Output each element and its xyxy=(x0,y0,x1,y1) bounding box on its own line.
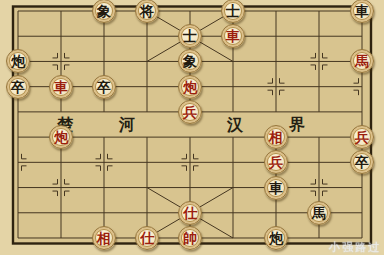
piece-red-elephant[interactable]: 相 xyxy=(264,125,288,149)
piece-red-advisor[interactable]: 仕 xyxy=(135,226,159,250)
piece-red-soldier[interactable]: 兵 xyxy=(350,125,374,149)
piece-black-soldier[interactable]: 卒 xyxy=(6,75,30,99)
piece-black-soldier[interactable]: 卒 xyxy=(92,75,116,99)
watermark-text: 小强路过 xyxy=(329,240,381,255)
piece-red-general[interactable]: 帥 xyxy=(178,226,202,250)
piece-red-advisor[interactable]: 仕 xyxy=(178,201,202,225)
piece-red-cannon[interactable]: 炮 xyxy=(49,125,73,149)
river-label-han: 汉 xyxy=(227,115,243,136)
piece-black-horse[interactable]: 馬 xyxy=(307,201,331,225)
piece-black-elephant[interactable]: 象 xyxy=(92,0,116,23)
piece-red-cannon[interactable]: 炮 xyxy=(178,75,202,99)
piece-red-soldier[interactable]: 兵 xyxy=(178,100,202,124)
piece-red-elephant[interactable]: 相 xyxy=(92,226,116,250)
piece-black-general[interactable]: 将 xyxy=(135,0,159,23)
piece-black-chariot[interactable]: 車 xyxy=(350,0,374,23)
piece-black-chariot[interactable]: 車 xyxy=(264,176,288,200)
river-label-he: 河 xyxy=(119,115,135,136)
piece-black-advisor[interactable]: 士 xyxy=(221,0,245,23)
piece-red-chariot[interactable]: 車 xyxy=(49,75,73,99)
xiangqi-board[interactable]: 楚 河 汉 界 象将士車士車炮象馬卒車卒炮兵炮相兵兵卒車仕馬相仕帥炮 小强路过 xyxy=(0,0,384,255)
piece-black-cannon[interactable]: 炮 xyxy=(264,226,288,250)
river-label-jie: 界 xyxy=(289,115,305,136)
